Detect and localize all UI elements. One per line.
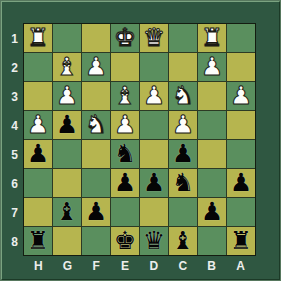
square-h1[interactable]: ♜	[24, 24, 52, 52]
piece-white-rook: ♜	[24, 24, 52, 52]
square-c5[interactable]: ♟	[169, 140, 197, 168]
square-b5[interactable]	[198, 140, 226, 168]
rank-label-3: 3	[4, 82, 21, 111]
file-label-h: H	[24, 256, 53, 276]
file-label-a: A	[226, 256, 255, 276]
piece-white-pawn: ♟	[198, 53, 226, 81]
file-label-d: D	[140, 256, 169, 276]
square-g2[interactable]: ♝	[53, 53, 81, 81]
piece-black-rook: ♜	[227, 227, 255, 255]
square-d8[interactable]: ♛	[140, 227, 168, 255]
square-e8[interactable]: ♚	[111, 227, 139, 255]
square-e5[interactable]: ♞	[111, 140, 139, 168]
file-label-g: G	[53, 256, 82, 276]
square-f6[interactable]	[82, 169, 110, 197]
square-a7[interactable]	[227, 198, 255, 226]
piece-black-pawn: ♟	[227, 169, 255, 197]
square-c3[interactable]: ♞	[169, 82, 197, 110]
square-g3[interactable]: ♟	[53, 82, 81, 110]
square-h8[interactable]: ♜	[24, 227, 52, 255]
piece-white-queen: ♛	[140, 24, 168, 52]
square-b7[interactable]: ♟	[198, 198, 226, 226]
rank-label-1: 1	[4, 24, 21, 53]
square-d4[interactable]	[140, 111, 168, 139]
square-f3[interactable]	[82, 82, 110, 110]
square-h7[interactable]	[24, 198, 52, 226]
square-b2[interactable]: ♟	[198, 53, 226, 81]
piece-white-pawn: ♟	[111, 111, 139, 139]
square-b1[interactable]: ♜	[198, 24, 226, 52]
rank-label-8: 8	[4, 227, 21, 256]
piece-black-pawn: ♟	[111, 169, 139, 197]
square-a8[interactable]: ♜	[227, 227, 255, 255]
square-g6[interactable]	[53, 169, 81, 197]
square-d1[interactable]: ♛	[140, 24, 168, 52]
square-g7[interactable]: ♝	[53, 198, 81, 226]
square-c2[interactable]	[169, 53, 197, 81]
square-d5[interactable]	[140, 140, 168, 168]
piece-white-king: ♚	[111, 24, 139, 52]
square-h2[interactable]	[24, 53, 52, 81]
piece-black-king: ♚	[111, 227, 139, 255]
square-e4[interactable]: ♟	[111, 111, 139, 139]
piece-white-bishop: ♝	[53, 53, 81, 81]
square-a4[interactable]	[227, 111, 255, 139]
piece-black-queen: ♛	[140, 227, 168, 255]
square-c7[interactable]	[169, 198, 197, 226]
piece-black-pawn: ♟	[82, 198, 110, 226]
square-f7[interactable]: ♟	[82, 198, 110, 226]
piece-white-rook: ♜	[198, 24, 226, 52]
rank-label-5: 5	[4, 140, 21, 169]
piece-white-bishop: ♝	[111, 82, 139, 110]
piece-black-pawn: ♟	[169, 140, 197, 168]
square-c6[interactable]: ♞	[169, 169, 197, 197]
square-h6[interactable]	[24, 169, 52, 197]
piece-black-bishop: ♝	[53, 198, 81, 226]
square-f1[interactable]	[82, 24, 110, 52]
square-e7[interactable]	[111, 198, 139, 226]
board: ♜♚♛♜♝♟♟♟♝♟♞♟♟♟♞♟♟♟♞♟♟♟♞♟♝♟♟♜♚♛♝♜	[23, 23, 256, 256]
rank-labels: 12345678	[4, 24, 21, 256]
piece-black-bishop: ♝	[169, 227, 197, 255]
square-c4[interactable]: ♟	[169, 111, 197, 139]
square-f5[interactable]	[82, 140, 110, 168]
chess-board-frame: 12345678 ♜♚♛♜♝♟♟♟♝♟♞♟♟♟♞♟♟♟♞♟♟♟♞♟♝♟♟♜♚♛♝…	[0, 0, 281, 281]
piece-black-pawn: ♟	[53, 111, 81, 139]
rank-label-2: 2	[4, 53, 21, 82]
square-a1[interactable]	[227, 24, 255, 52]
piece-white-pawn: ♟	[140, 82, 168, 110]
piece-white-knight: ♞	[82, 111, 110, 139]
square-f4[interactable]: ♞	[82, 111, 110, 139]
piece-black-rook: ♜	[24, 227, 52, 255]
square-g8[interactable]	[53, 227, 81, 255]
square-h4[interactable]: ♟	[24, 111, 52, 139]
file-label-f: F	[82, 256, 111, 276]
rank-label-7: 7	[4, 198, 21, 227]
square-a2[interactable]	[227, 53, 255, 81]
square-h5[interactable]: ♟	[24, 140, 52, 168]
square-f8[interactable]	[82, 227, 110, 255]
rank-label-4: 4	[4, 111, 21, 140]
square-g4[interactable]: ♟	[53, 111, 81, 139]
square-b6[interactable]	[198, 169, 226, 197]
file-labels: HGFEDCBA	[24, 256, 255, 276]
file-label-e: E	[111, 256, 140, 276]
piece-white-pawn: ♟	[82, 53, 110, 81]
piece-white-pawn: ♟	[53, 82, 81, 110]
square-d6[interactable]: ♟	[140, 169, 168, 197]
square-a6[interactable]: ♟	[227, 169, 255, 197]
square-a5[interactable]	[227, 140, 255, 168]
piece-black-pawn: ♟	[140, 169, 168, 197]
square-h3[interactable]	[24, 82, 52, 110]
square-d7[interactable]	[140, 198, 168, 226]
square-c1[interactable]	[169, 24, 197, 52]
square-b3[interactable]	[198, 82, 226, 110]
rank-label-6: 6	[4, 169, 21, 198]
square-e1[interactable]: ♚	[111, 24, 139, 52]
square-b4[interactable]	[198, 111, 226, 139]
square-g5[interactable]	[53, 140, 81, 168]
square-f2[interactable]: ♟	[82, 53, 110, 81]
square-b8[interactable]	[198, 227, 226, 255]
square-g1[interactable]	[53, 24, 81, 52]
square-d2[interactable]	[140, 53, 168, 81]
square-d3[interactable]: ♟	[140, 82, 168, 110]
square-e2[interactable]	[111, 53, 139, 81]
piece-white-pawn: ♟	[227, 82, 255, 110]
piece-white-pawn: ♟	[169, 111, 197, 139]
piece-black-pawn: ♟	[198, 198, 226, 226]
piece-white-pawn: ♟	[24, 111, 52, 139]
file-label-b: B	[197, 256, 226, 276]
square-e6[interactable]: ♟	[111, 169, 139, 197]
piece-black-knight: ♞	[169, 169, 197, 197]
file-label-c: C	[168, 256, 197, 276]
piece-white-knight: ♞	[169, 82, 197, 110]
piece-black-knight: ♞	[111, 140, 139, 168]
square-c8[interactable]: ♝	[169, 227, 197, 255]
square-e3[interactable]: ♝	[111, 82, 139, 110]
square-a3[interactable]: ♟	[227, 82, 255, 110]
piece-black-pawn: ♟	[24, 140, 52, 168]
